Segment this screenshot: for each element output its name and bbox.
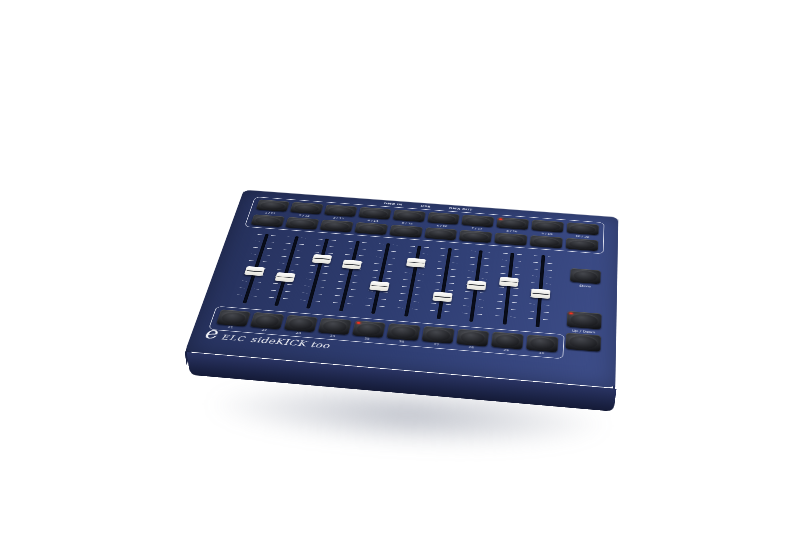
channel-button-17[interactable] bbox=[459, 230, 492, 243]
button-27[interactable] bbox=[421, 326, 454, 344]
store-label: Store bbox=[579, 284, 591, 288]
button-29[interactable] bbox=[491, 332, 524, 350]
usb-label: USB bbox=[420, 204, 431, 208]
channel-button-2[interactable] bbox=[290, 202, 324, 214]
console-body: DMX IN USB DMX OUT 1 / 11 2 / bbox=[185, 190, 618, 388]
fader-cap[interactable] bbox=[342, 260, 362, 270]
up-down-control: Up / Down bbox=[558, 310, 609, 352]
elc-script-logo-icon: e bbox=[204, 330, 218, 336]
channel-button-7[interactable] bbox=[462, 215, 495, 228]
button-23[interactable] bbox=[284, 315, 318, 332]
channel-button-1[interactable] bbox=[256, 199, 290, 211]
button-25[interactable] bbox=[352, 320, 386, 337]
channel-button-11[interactable] bbox=[251, 214, 285, 227]
store-button[interactable] bbox=[570, 268, 601, 284]
store-control: Store bbox=[562, 267, 609, 290]
channel-button-5[interactable] bbox=[392, 209, 425, 222]
channel-button-18[interactable] bbox=[494, 233, 527, 246]
fader-cap[interactable] bbox=[369, 281, 390, 291]
button-28[interactable] bbox=[456, 329, 489, 347]
up-button[interactable] bbox=[567, 311, 602, 329]
down-button[interactable] bbox=[565, 332, 601, 351]
button-26[interactable] bbox=[387, 323, 421, 341]
fader-cap[interactable] bbox=[312, 254, 332, 264]
brand-name: ELC bbox=[220, 333, 247, 343]
fader-cap[interactable] bbox=[274, 272, 295, 282]
channel-button-14[interactable] bbox=[354, 222, 388, 235]
red-led bbox=[357, 322, 360, 324]
dmx-in-label: DMX IN bbox=[384, 202, 403, 206]
fader-cap[interactable] bbox=[466, 280, 486, 290]
button-30[interactable] bbox=[526, 334, 558, 352]
channel-button-15[interactable] bbox=[389, 225, 423, 238]
red-led bbox=[570, 312, 573, 314]
channel-button-3[interactable] bbox=[324, 204, 357, 216]
fader-cap[interactable] bbox=[244, 266, 265, 276]
console-perspective: DMX IN USB DMX OUT 1 / 11 2 / bbox=[134, 101, 694, 461]
channel-button-19[interactable] bbox=[530, 235, 563, 248]
fader-cap[interactable] bbox=[499, 277, 519, 287]
fader-10 bbox=[521, 254, 559, 329]
channel-button-12[interactable] bbox=[285, 217, 319, 230]
button-21[interactable] bbox=[216, 309, 251, 326]
button-22[interactable] bbox=[250, 312, 285, 329]
fader-cap[interactable] bbox=[531, 289, 551, 299]
red-led bbox=[499, 218, 502, 220]
button-24[interactable] bbox=[318, 318, 352, 335]
channel-button-20[interactable] bbox=[566, 238, 599, 251]
fader-cap[interactable] bbox=[432, 292, 452, 302]
product-photo: DMX IN USB DMX OUT 1 / 11 2 / bbox=[0, 0, 800, 533]
channel-button-13[interactable] bbox=[319, 219, 353, 232]
channel-button-16[interactable] bbox=[424, 227, 457, 240]
fader-cap[interactable] bbox=[406, 258, 426, 268]
channel-button-4[interactable] bbox=[358, 207, 391, 220]
channel-button-6[interactable] bbox=[427, 212, 460, 225]
